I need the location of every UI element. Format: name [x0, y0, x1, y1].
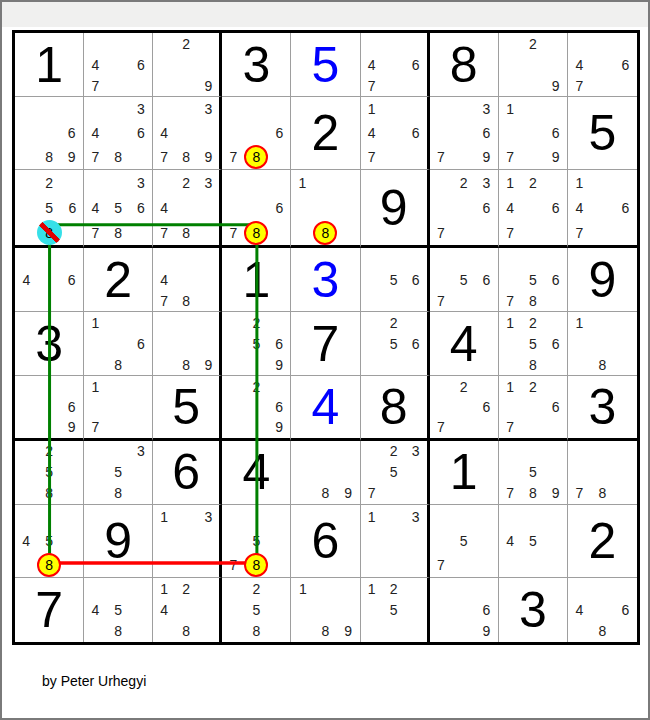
pencil-marks: 46 — [15, 248, 83, 311]
cell-r4c1[interactable]: 46 — [15, 248, 84, 312]
given-digit: 6 — [312, 516, 340, 566]
pencil-marks: 269 — [222, 376, 290, 437]
pencil-marks: 458 — [15, 505, 83, 577]
given-digit: 4 — [242, 447, 270, 497]
candidate-8: 8 — [107, 354, 130, 375]
candidate-6: 6 — [130, 195, 153, 220]
candidate-2: 2 — [175, 33, 197, 54]
candidate-6: 6 — [614, 599, 637, 620]
pencil-marks: 678 — [222, 97, 290, 169]
cell-r6c2[interactable]: 17 — [84, 376, 153, 440]
cell-r7c1[interactable]: 258 — [15, 441, 84, 505]
candidate-8: 8 — [175, 621, 197, 642]
candidate-1: 1 — [84, 376, 107, 396]
pencil-marks: 78 — [568, 441, 637, 504]
candidate-3: 3 — [197, 505, 219, 529]
candidate-3: 3 — [197, 97, 219, 121]
pencil-marks: 467 — [84, 33, 152, 96]
candidate-7: 7 — [84, 220, 107, 245]
cell-r4c4[interactable]: 1 — [222, 248, 291, 312]
pencil-marks: 478 — [153, 248, 219, 311]
cell-r5c2[interactable]: 168 — [84, 312, 153, 376]
chain-candidate-8: 8 — [37, 553, 61, 577]
cell-r8c3[interactable]: 13 — [153, 505, 222, 578]
pencil-marks: 17 — [84, 376, 152, 437]
candidate-6: 6 — [268, 397, 291, 417]
cell-r3c6[interactable]: 9 — [361, 170, 430, 248]
pencil-marks: 468 — [568, 578, 637, 642]
candidate-9: 9 — [544, 75, 567, 96]
cell-r7c9[interactable]: 78 — [568, 441, 637, 505]
candidate-5: 5 — [107, 462, 130, 483]
candidate-7: 7 — [568, 483, 591, 504]
cell-r4c5[interactable]: 3 — [291, 248, 360, 312]
window-top-strip — [2, 2, 648, 27]
candidate-7: 7 — [430, 220, 453, 245]
cell-r1c6[interactable]: 467 — [361, 33, 430, 97]
candidate-1: 1 — [568, 312, 591, 333]
candidate-7: 7 — [153, 220, 175, 245]
pencil-marks: 358 — [84, 441, 152, 504]
pencil-marks: 578 — [222, 505, 290, 577]
candidate-9: 9 — [544, 483, 567, 504]
given-digit: 1 — [242, 255, 270, 305]
candidate-8: 8 — [175, 220, 197, 245]
given-digit: 2 — [312, 108, 340, 158]
pencil-marks: 18 — [568, 312, 637, 375]
candidate-6: 6 — [475, 269, 498, 290]
candidate-7: 7 — [499, 220, 522, 245]
given-digit: 1 — [450, 447, 478, 497]
cell-r5c7[interactable]: 4 — [430, 312, 499, 376]
cell-r6c1[interactable]: 69 — [15, 376, 84, 440]
cell-r2c6[interactable]: 1467 — [361, 97, 430, 170]
pencil-marks: 2568 — [15, 170, 83, 245]
cell-r4c7[interactable]: 567 — [430, 248, 499, 312]
candidate-1: 1 — [84, 312, 107, 333]
pencil-marks: 34678 — [84, 97, 152, 169]
cell-r5c1[interactable]: 3 — [15, 312, 84, 376]
cell-r7c4[interactable]: 4 — [222, 441, 291, 505]
candidate-4: 4 — [84, 121, 107, 145]
candidate-8: 8 — [175, 354, 197, 375]
candidate-2: 2 — [38, 441, 61, 462]
candidate-1: 1 — [499, 97, 522, 121]
cell-r3c4[interactable]: 678 — [222, 170, 291, 248]
cell-r5c4[interactable]: 2569 — [222, 312, 291, 376]
cell-r1c1[interactable]: 1 — [15, 33, 84, 97]
cell-r1c7[interactable]: 8 — [430, 33, 499, 97]
cell-r1c4[interactable]: 3 — [222, 33, 291, 97]
cell-r7c3[interactable]: 6 — [153, 441, 222, 505]
candidate-9: 9 — [60, 145, 83, 169]
candidate-5: 5 — [245, 333, 268, 354]
candidate-9: 9 — [337, 621, 360, 642]
candidate-9: 9 — [544, 145, 567, 169]
candidate-5: 5 — [383, 333, 405, 354]
candidate-6: 6 — [268, 195, 290, 220]
eliminated-candidate-8: 8 — [37, 220, 62, 245]
given-digit: 3 — [589, 382, 617, 432]
candidate-2: 2 — [383, 578, 405, 599]
cell-r3c7[interactable]: 2367 — [430, 170, 499, 248]
pencil-marks: 256 — [361, 312, 427, 375]
pencil-marks: 458 — [84, 578, 152, 642]
cell-r8c7[interactable]: 57 — [430, 505, 499, 578]
candidate-8: 8 — [521, 483, 544, 504]
candidate-4: 4 — [84, 54, 107, 75]
cell-r9c8[interactable]: 3 — [499, 578, 568, 642]
candidate-6: 6 — [405, 54, 427, 75]
candidate-9: 9 — [197, 145, 219, 169]
candidate-4: 4 — [84, 599, 107, 620]
candidate-6: 6 — [544, 333, 567, 354]
pencil-marks: 12568 — [499, 312, 567, 375]
candidate-5: 5 — [383, 269, 405, 290]
pencil-marks: 34789 — [153, 97, 219, 169]
cell-r9c6[interactable]: 125 — [361, 578, 430, 642]
cell-r3c5[interactable]: 18 — [291, 170, 360, 248]
candidate-8: 8 — [107, 621, 130, 642]
given-digit: 8 — [380, 382, 408, 432]
cell-r7c5[interactable]: 89 — [291, 441, 360, 505]
given-digit: 3 — [35, 319, 63, 369]
candidate-7: 7 — [361, 483, 383, 504]
given-digit: 2 — [104, 255, 132, 305]
pencil-marks: 2569 — [222, 312, 290, 375]
cell-r3c9[interactable]: 1467 — [568, 170, 637, 248]
candidate-5: 5 — [521, 269, 544, 290]
author-credit: by Peter Urhegyi — [42, 673, 146, 689]
pencil-marks: 5678 — [499, 248, 567, 311]
candidate-8: 8 — [314, 483, 337, 504]
candidate-6: 6 — [614, 54, 637, 75]
chain-candidate-8: 8 — [244, 553, 268, 577]
candidate-8: 8 — [175, 290, 197, 311]
candidate-7: 7 — [568, 220, 591, 245]
candidate-7: 7 — [84, 145, 107, 169]
cell-r4c6[interactable]: 56 — [361, 248, 430, 312]
chain-candidate-8: 8 — [313, 221, 337, 245]
candidate-3: 3 — [405, 505, 427, 529]
candidate-8: 8 — [107, 220, 130, 245]
candidate-4: 4 — [153, 599, 175, 620]
chain-candidate-8: 8 — [244, 221, 268, 245]
candidate-2: 2 — [452, 376, 475, 396]
candidate-1: 1 — [499, 170, 522, 195]
cell-r8c8[interactable]: 45 — [499, 505, 568, 578]
pencil-marks: 1467 — [568, 170, 637, 245]
candidate-2: 2 — [521, 312, 544, 333]
chain-candidate-8: 8 — [244, 145, 268, 169]
cell-r3c3[interactable]: 23478 — [153, 170, 222, 248]
pencil-marks: 13 — [153, 505, 219, 577]
candidate-9: 9 — [475, 145, 498, 169]
candidate-7: 7 — [222, 553, 244, 577]
cell-r2c3[interactable]: 34789 — [153, 97, 222, 170]
cell-r5c3[interactable]: 89 — [153, 312, 222, 376]
candidate-1: 1 — [291, 170, 313, 195]
candidate-6: 6 — [475, 121, 498, 145]
candidate-8: 8 — [107, 145, 130, 169]
cell-r6c9[interactable]: 3 — [568, 376, 637, 440]
cell-r4c9[interactable]: 9 — [568, 248, 637, 312]
pencil-marks: 89 — [153, 312, 219, 375]
cell-r2c7[interactable]: 3679 — [430, 97, 499, 170]
given-digit: 5 — [589, 108, 617, 158]
cell-r1c9[interactable]: 467 — [568, 33, 637, 97]
pencil-marks: 189 — [291, 578, 359, 642]
cell-r3c2[interactable]: 345678 — [84, 170, 153, 248]
pencil-marks: 125 — [361, 578, 427, 642]
solved-digit: 3 — [312, 255, 340, 305]
candidate-1: 1 — [291, 578, 314, 599]
candidate-6: 6 — [60, 121, 83, 145]
candidate-4: 4 — [361, 121, 383, 145]
candidate-3: 3 — [475, 97, 498, 121]
cell-r1c2[interactable]: 467 — [84, 33, 153, 97]
cell-r9c4[interactable]: 258 — [222, 578, 291, 642]
cell-r7c7[interactable]: 1 — [430, 441, 499, 505]
given-digit: 1 — [35, 40, 63, 90]
candidate-7: 7 — [430, 145, 453, 169]
cell-r5c9[interactable]: 18 — [568, 312, 637, 376]
cell-r2c1[interactable]: 689 — [15, 97, 84, 170]
candidate-7: 7 — [222, 145, 244, 169]
candidate-7: 7 — [84, 417, 107, 437]
pencil-marks: 345678 — [84, 170, 152, 245]
cell-r2c8[interactable]: 1679 — [499, 97, 568, 170]
cell-r6c8[interactable]: 1267 — [499, 376, 568, 440]
cell-r8c4[interactable]: 578 — [222, 505, 291, 578]
cell-r7c6[interactable]: 2357 — [361, 441, 430, 505]
given-digit: 4 — [450, 319, 478, 369]
candidate-6: 6 — [60, 269, 83, 290]
candidate-5: 5 — [452, 269, 475, 290]
cell-r7c2[interactable]: 358 — [84, 441, 153, 505]
candidate-7: 7 — [361, 75, 383, 96]
candidate-6: 6 — [475, 397, 498, 417]
candidate-6: 6 — [405, 269, 427, 290]
cell-r2c2[interactable]: 34678 — [84, 97, 153, 170]
candidate-1: 1 — [361, 505, 383, 529]
candidate-7: 7 — [499, 290, 522, 311]
cell-r9c5[interactable]: 189 — [291, 578, 360, 642]
candidate-8: 8 — [38, 145, 61, 169]
candidate-6: 6 — [130, 333, 153, 354]
candidate-6: 6 — [544, 397, 567, 417]
candidate-7: 7 — [84, 75, 107, 96]
cell-r8c6[interactable]: 13 — [361, 505, 430, 578]
cell-r9c1[interactable]: 7 — [15, 578, 84, 642]
cell-r5c8[interactable]: 12568 — [499, 312, 568, 376]
pencil-marks: 1467 — [361, 97, 427, 169]
cell-r2c5[interactable]: 2 — [291, 97, 360, 170]
pencil-marks: 2367 — [430, 170, 498, 245]
candidate-5: 5 — [37, 195, 62, 220]
pencil-marks: 258 — [222, 578, 290, 642]
candidate-9: 9 — [268, 417, 291, 437]
cell-r8c1[interactable]: 458 — [15, 505, 84, 578]
cell-r6c5[interactable]: 4 — [291, 376, 360, 440]
given-digit: 5 — [172, 382, 200, 432]
candidate-4: 4 — [153, 195, 175, 220]
candidate-4: 4 — [84, 195, 107, 220]
candidate-1: 1 — [361, 578, 383, 599]
solved-digit: 4 — [312, 382, 340, 432]
cell-r6c7[interactable]: 267 — [430, 376, 499, 440]
candidate-6: 6 — [405, 333, 427, 354]
given-digit: 7 — [35, 585, 63, 635]
cell-r9c7[interactable]: 69 — [430, 578, 499, 642]
pencil-marks: 2357 — [361, 441, 427, 504]
candidate-2: 2 — [521, 170, 544, 195]
cell-r2c4[interactable]: 678 — [222, 97, 291, 170]
candidate-3: 3 — [130, 97, 153, 121]
cell-r4c8[interactable]: 5678 — [499, 248, 568, 312]
pencil-marks: 13 — [361, 505, 427, 577]
cell-r4c2[interactable]: 2 — [84, 248, 153, 312]
pencil-marks: 267 — [430, 376, 498, 437]
cell-r9c9[interactable]: 468 — [568, 578, 637, 642]
candidate-1: 1 — [153, 505, 175, 529]
pencil-marks: 45 — [499, 505, 567, 577]
cell-r9c3[interactable]: 1248 — [153, 578, 222, 642]
candidate-4: 4 — [153, 121, 175, 145]
candidate-7: 7 — [153, 145, 175, 169]
candidate-7: 7 — [568, 75, 591, 96]
candidate-9: 9 — [197, 75, 219, 96]
candidate-5: 5 — [383, 599, 405, 620]
pencil-marks: 29 — [499, 33, 567, 96]
candidate-2: 2 — [245, 312, 268, 333]
candidate-4: 4 — [361, 54, 383, 75]
candidate-5: 5 — [452, 529, 475, 553]
cell-r6c4[interactable]: 269 — [222, 376, 291, 440]
candidate-6: 6 — [475, 599, 498, 620]
cell-r2c9[interactable]: 5 — [568, 97, 637, 170]
pencil-marks: 18 — [291, 170, 359, 245]
candidate-6: 6 — [130, 54, 153, 75]
pencil-marks: 56 — [361, 248, 427, 311]
candidate-2: 2 — [383, 441, 405, 462]
cell-r3c8[interactable]: 12467 — [499, 170, 568, 248]
candidate-9: 9 — [60, 417, 83, 437]
pencil-marks: 467 — [361, 33, 427, 96]
candidate-8: 8 — [38, 483, 61, 504]
candidate-5: 5 — [521, 462, 544, 483]
candidate-6: 6 — [475, 195, 498, 220]
candidate-7: 7 — [430, 553, 453, 577]
candidate-2: 2 — [37, 170, 62, 195]
cell-r5c6[interactable]: 256 — [361, 312, 430, 376]
cell-r8c2[interactable]: 9 — [84, 505, 153, 578]
solved-digit: 5 — [312, 40, 340, 90]
candidate-6: 6 — [130, 121, 153, 145]
candidate-1: 1 — [499, 376, 522, 396]
candidate-2: 2 — [521, 376, 544, 396]
pencil-marks: 1248 — [153, 578, 219, 642]
given-digit: 9 — [589, 255, 617, 305]
cell-r1c3[interactable]: 29 — [153, 33, 222, 97]
pencil-marks: 29 — [153, 33, 219, 96]
pencil-marks: 258 — [15, 441, 83, 504]
candidate-8: 8 — [521, 354, 544, 375]
candidate-1: 1 — [568, 170, 591, 195]
candidate-5: 5 — [383, 462, 405, 483]
candidate-3: 3 — [405, 441, 427, 462]
candidate-4: 4 — [568, 195, 591, 220]
candidate-2: 2 — [521, 33, 544, 54]
candidate-9: 9 — [197, 354, 219, 375]
candidate-8: 8 — [521, 290, 544, 311]
candidate-9: 9 — [475, 621, 498, 642]
candidate-2: 2 — [245, 376, 268, 396]
candidate-2: 2 — [175, 578, 197, 599]
pencil-marks: 1679 — [499, 97, 567, 169]
candidate-8: 8 — [314, 621, 337, 642]
cell-r8c9[interactable]: 2 — [568, 505, 637, 578]
candidate-4: 4 — [15, 269, 38, 290]
candidate-7: 7 — [430, 290, 453, 311]
candidate-6: 6 — [268, 121, 290, 145]
cell-r5c5[interactable]: 7 — [291, 312, 360, 376]
candidate-1: 1 — [153, 578, 175, 599]
candidate-5: 5 — [107, 195, 130, 220]
pencil-marks: 23478 — [153, 170, 219, 245]
candidate-5: 5 — [245, 599, 268, 620]
cell-r8c5[interactable]: 6 — [291, 505, 360, 578]
given-digit: 9 — [380, 183, 408, 233]
candidate-5: 5 — [521, 529, 544, 553]
cell-r6c3[interactable]: 5 — [153, 376, 222, 440]
candidate-9: 9 — [337, 483, 360, 504]
candidate-3: 3 — [130, 170, 153, 195]
puzzle-page: 1467293546782946768934678347896782146736… — [0, 0, 650, 720]
candidate-8: 8 — [175, 145, 197, 169]
candidate-4: 4 — [499, 529, 522, 553]
candidate-8: 8 — [245, 621, 268, 642]
cell-r3c1[interactable]: 2568 — [15, 170, 84, 248]
given-digit: 9 — [104, 516, 132, 566]
cell-r9c2[interactable]: 458 — [84, 578, 153, 642]
candidate-7: 7 — [222, 220, 244, 245]
candidate-8: 8 — [591, 483, 614, 504]
candidate-3: 3 — [130, 441, 153, 462]
given-digit: 2 — [589, 516, 617, 566]
candidate-4: 4 — [568, 599, 591, 620]
candidate-7: 7 — [361, 145, 383, 169]
cell-r7c8[interactable]: 5789 — [499, 441, 568, 505]
pencil-marks: 57 — [430, 505, 498, 577]
given-digit: 6 — [172, 447, 200, 497]
pencil-marks: 689 — [15, 97, 83, 169]
candidate-8: 8 — [591, 354, 614, 375]
candidate-2: 2 — [383, 312, 405, 333]
candidate-8: 8 — [591, 621, 614, 642]
cell-r1c8[interactable]: 29 — [499, 33, 568, 97]
cell-r4c3[interactable]: 478 — [153, 248, 222, 312]
candidate-6: 6 — [405, 121, 427, 145]
candidate-7: 7 — [499, 483, 522, 504]
cell-r1c5[interactable]: 5 — [291, 33, 360, 97]
candidate-6: 6 — [544, 121, 567, 145]
candidate-2: 2 — [245, 578, 268, 599]
candidate-1: 1 — [361, 97, 383, 121]
candidate-3: 3 — [197, 170, 219, 195]
cell-r6c6[interactable]: 8 — [361, 376, 430, 440]
candidate-5: 5 — [107, 599, 130, 620]
